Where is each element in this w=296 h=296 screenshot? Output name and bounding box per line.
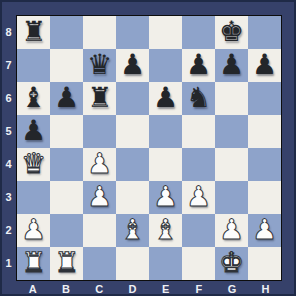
square-c6[interactable]: ♜ bbox=[83, 82, 116, 115]
rank-label-6: 6 bbox=[0, 81, 17, 114]
square-a5[interactable]: ♟ bbox=[17, 115, 50, 148]
square-d2[interactable]: ♝ bbox=[116, 214, 149, 247]
rank-label-7: 7 bbox=[0, 48, 17, 81]
piece-black-king[interactable]: ♚ bbox=[219, 15, 244, 48]
rank-labels: 87654321 bbox=[0, 15, 17, 279]
piece-black-pawn[interactable]: ♟ bbox=[153, 81, 178, 114]
file-label-g: G bbox=[216, 281, 249, 296]
piece-black-pawn[interactable]: ♟ bbox=[21, 114, 46, 147]
piece-white-bishop[interactable]: ♝ bbox=[153, 213, 178, 246]
piece-white-pawn[interactable]: ♟ bbox=[252, 213, 277, 246]
square-g5[interactable] bbox=[215, 115, 248, 148]
piece-white-pawn[interactable]: ♟ bbox=[219, 213, 244, 246]
square-e3[interactable]: ♟ bbox=[149, 181, 182, 214]
square-b4[interactable] bbox=[50, 148, 83, 181]
square-b5[interactable] bbox=[50, 115, 83, 148]
piece-black-bishop[interactable]: ♝ bbox=[21, 81, 46, 114]
square-d5[interactable] bbox=[116, 115, 149, 148]
square-d4[interactable] bbox=[116, 148, 149, 181]
square-b2[interactable] bbox=[50, 214, 83, 247]
square-h6[interactable] bbox=[248, 82, 281, 115]
piece-white-rook[interactable]: ♜ bbox=[21, 246, 46, 279]
piece-white-pawn[interactable]: ♟ bbox=[153, 180, 178, 213]
square-g7[interactable]: ♟ bbox=[215, 49, 248, 82]
piece-white-rook[interactable]: ♜ bbox=[54, 246, 79, 279]
square-h4[interactable] bbox=[248, 148, 281, 181]
square-h5[interactable] bbox=[248, 115, 281, 148]
piece-black-rook[interactable]: ♜ bbox=[21, 15, 46, 48]
square-f2[interactable] bbox=[182, 214, 215, 247]
square-a8[interactable]: ♜ bbox=[17, 16, 50, 49]
square-e6[interactable]: ♟ bbox=[149, 82, 182, 115]
square-f1[interactable] bbox=[182, 247, 215, 280]
square-c8[interactable] bbox=[83, 16, 116, 49]
square-g4[interactable] bbox=[215, 148, 248, 181]
square-g1[interactable]: ♚ bbox=[215, 247, 248, 280]
rank-label-4: 4 bbox=[0, 147, 17, 180]
file-labels: ABCDEFGH bbox=[16, 281, 282, 296]
rank-label-1: 1 bbox=[0, 246, 17, 279]
square-b3[interactable] bbox=[50, 181, 83, 214]
square-f7[interactable]: ♟ bbox=[182, 49, 215, 82]
square-e7[interactable] bbox=[149, 49, 182, 82]
square-h8[interactable] bbox=[248, 16, 281, 49]
piece-black-pawn[interactable]: ♟ bbox=[54, 81, 79, 114]
square-e4[interactable] bbox=[149, 148, 182, 181]
square-b8[interactable] bbox=[50, 16, 83, 49]
square-e5[interactable] bbox=[149, 115, 182, 148]
square-a1[interactable]: ♜ bbox=[17, 247, 50, 280]
file-label-c: C bbox=[83, 281, 116, 296]
piece-white-king[interactable]: ♚ bbox=[219, 246, 244, 279]
square-b6[interactable]: ♟ bbox=[50, 82, 83, 115]
square-d1[interactable] bbox=[116, 247, 149, 280]
rank-label-5: 5 bbox=[0, 114, 17, 147]
square-d3[interactable] bbox=[116, 181, 149, 214]
piece-black-pawn[interactable]: ♟ bbox=[186, 48, 211, 81]
square-h7[interactable]: ♟ bbox=[248, 49, 281, 82]
square-f6[interactable]: ♞ bbox=[182, 82, 215, 115]
square-d6[interactable] bbox=[116, 82, 149, 115]
square-f5[interactable] bbox=[182, 115, 215, 148]
chess-diagram: 87654321 ♜♚♛♟♟♟♟♝♟♜♟♞♟♛♟♟♟♟♟♝♝♟♟♜♜♚ ABCD… bbox=[0, 0, 296, 296]
piece-white-pawn[interactable]: ♟ bbox=[186, 180, 211, 213]
square-h3[interactable] bbox=[248, 181, 281, 214]
piece-black-pawn[interactable]: ♟ bbox=[252, 48, 277, 81]
square-e8[interactable] bbox=[149, 16, 182, 49]
square-d7[interactable]: ♟ bbox=[116, 49, 149, 82]
square-c7[interactable]: ♛ bbox=[83, 49, 116, 82]
piece-black-pawn[interactable]: ♟ bbox=[120, 48, 145, 81]
piece-white-bishop[interactable]: ♝ bbox=[120, 213, 145, 246]
square-g8[interactable]: ♚ bbox=[215, 16, 248, 49]
square-a2[interactable]: ♟ bbox=[17, 214, 50, 247]
rank-label-2: 2 bbox=[0, 213, 17, 246]
square-f3[interactable]: ♟ bbox=[182, 181, 215, 214]
rank-label-3: 3 bbox=[0, 180, 17, 213]
square-f4[interactable] bbox=[182, 148, 215, 181]
square-g2[interactable]: ♟ bbox=[215, 214, 248, 247]
file-label-h: H bbox=[249, 281, 282, 296]
piece-white-queen[interactable]: ♛ bbox=[21, 147, 46, 180]
square-d8[interactable] bbox=[116, 16, 149, 49]
piece-white-pawn[interactable]: ♟ bbox=[21, 213, 46, 246]
piece-white-pawn[interactable]: ♟ bbox=[87, 147, 112, 180]
square-f8[interactable] bbox=[182, 16, 215, 49]
chess-board: ♜♚♛♟♟♟♟♝♟♜♟♞♟♛♟♟♟♟♟♝♝♟♟♜♜♚ bbox=[16, 15, 282, 281]
piece-black-queen[interactable]: ♛ bbox=[87, 48, 112, 81]
file-label-b: B bbox=[49, 281, 82, 296]
piece-white-pawn[interactable]: ♟ bbox=[87, 180, 112, 213]
file-label-f: F bbox=[182, 281, 215, 296]
file-label-d: D bbox=[116, 281, 149, 296]
square-h2[interactable]: ♟ bbox=[248, 214, 281, 247]
square-c3[interactable]: ♟ bbox=[83, 181, 116, 214]
square-h1[interactable] bbox=[248, 247, 281, 280]
file-label-a: A bbox=[16, 281, 49, 296]
square-a4[interactable]: ♛ bbox=[17, 148, 50, 181]
square-a7[interactable] bbox=[17, 49, 50, 82]
square-e1[interactable] bbox=[149, 247, 182, 280]
piece-black-rook[interactable]: ♜ bbox=[87, 81, 112, 114]
file-label-e: E bbox=[149, 281, 182, 296]
square-g3[interactable] bbox=[215, 181, 248, 214]
piece-black-knight[interactable]: ♞ bbox=[186, 81, 211, 114]
square-b7[interactable] bbox=[50, 49, 83, 82]
piece-black-pawn[interactable]: ♟ bbox=[219, 48, 244, 81]
square-c4[interactable]: ♟ bbox=[83, 148, 116, 181]
square-e2[interactable]: ♝ bbox=[149, 214, 182, 247]
square-a6[interactable]: ♝ bbox=[17, 82, 50, 115]
rank-label-8: 8 bbox=[0, 15, 17, 48]
square-c1[interactable] bbox=[83, 247, 116, 280]
square-c2[interactable] bbox=[83, 214, 116, 247]
square-c5[interactable] bbox=[83, 115, 116, 148]
square-b1[interactable]: ♜ bbox=[50, 247, 83, 280]
square-g6[interactable] bbox=[215, 82, 248, 115]
square-a3[interactable] bbox=[17, 181, 50, 214]
